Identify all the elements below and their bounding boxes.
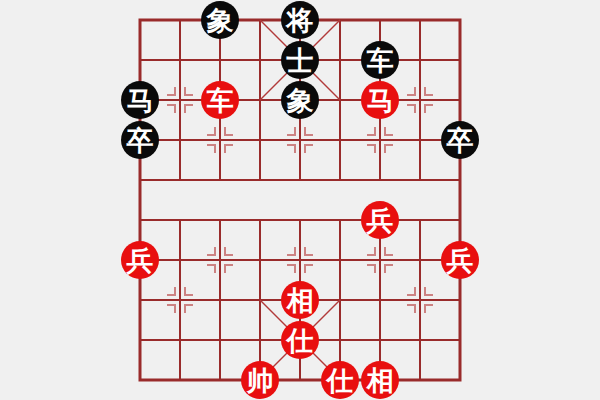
board-point[interactable]: [360, 320, 400, 360]
board-point[interactable]: [320, 160, 360, 200]
board-point[interactable]: [200, 160, 240, 200]
piece-black-elephant[interactable]: 象: [201, 1, 239, 39]
board-point[interactable]: [120, 0, 160, 40]
board-point[interactable]: [320, 0, 360, 40]
piece-red-general[interactable]: 帅: [241, 361, 279, 399]
board-point[interactable]: [320, 320, 360, 360]
board-point[interactable]: [400, 200, 440, 240]
board-point[interactable]: [280, 360, 320, 400]
board-point[interactable]: [160, 40, 200, 80]
piece-black-elephant[interactable]: 象: [281, 81, 319, 119]
board-point[interactable]: [280, 120, 320, 160]
board-point[interactable]: [240, 320, 280, 360]
piece-red-elephant[interactable]: 相: [281, 281, 319, 319]
board-point[interactable]: 相: [280, 280, 320, 320]
board-point[interactable]: [360, 280, 400, 320]
piece-black-soldier[interactable]: 卒: [441, 121, 479, 159]
board-point[interactable]: [200, 320, 240, 360]
board-point[interactable]: 象: [280, 80, 320, 120]
board-point[interactable]: 兵: [120, 240, 160, 280]
board-point[interactable]: [160, 160, 200, 200]
board-point[interactable]: [120, 160, 160, 200]
board-point[interactable]: 车: [360, 40, 400, 80]
board-point[interactable]: 仕: [280, 320, 320, 360]
board-point[interactable]: [160, 80, 200, 120]
board-point[interactable]: 相: [360, 360, 400, 400]
board-point[interactable]: 兵: [440, 240, 480, 280]
board-point[interactable]: 卒: [120, 120, 160, 160]
board-point[interactable]: [200, 280, 240, 320]
board-point[interactable]: 马: [120, 80, 160, 120]
board-point[interactable]: 马: [360, 80, 400, 120]
board-point[interactable]: [440, 80, 480, 120]
board-point[interactable]: [400, 40, 440, 80]
board-point[interactable]: 士: [280, 40, 320, 80]
piece-black-general[interactable]: 将: [281, 1, 319, 39]
board-point[interactable]: [320, 240, 360, 280]
board-point[interactable]: [440, 200, 480, 240]
board-point[interactable]: [400, 120, 440, 160]
board-point[interactable]: [120, 280, 160, 320]
board-point[interactable]: [160, 320, 200, 360]
board-point[interactable]: [120, 320, 160, 360]
board-point[interactable]: [240, 280, 280, 320]
board-point[interactable]: [160, 0, 200, 40]
board-point[interactable]: [400, 240, 440, 280]
board-point[interactable]: [400, 360, 440, 400]
board-point[interactable]: 卒: [440, 120, 480, 160]
board-point[interactable]: 车: [200, 80, 240, 120]
piece-black-horse[interactable]: 马: [121, 81, 159, 119]
board-point[interactable]: [120, 360, 160, 400]
board-point[interactable]: [200, 40, 240, 80]
piece-red-elephant[interactable]: 相: [361, 361, 399, 399]
board-point[interactable]: [280, 200, 320, 240]
board-point[interactable]: [320, 120, 360, 160]
piece-red-chariot[interactable]: 车: [201, 81, 239, 119]
board-point[interactable]: 仕: [320, 360, 360, 400]
board-point[interactable]: [200, 360, 240, 400]
piece-red-soldier[interactable]: 兵: [361, 201, 399, 239]
xiangqi-app: 象将士车马车象马卒卒兵兵兵相仕帅仕相: [0, 0, 600, 400]
board-point[interactable]: [200, 240, 240, 280]
board-point[interactable]: [320, 40, 360, 80]
board-point[interactable]: [320, 280, 360, 320]
board-point[interactable]: [240, 200, 280, 240]
board-point[interactable]: 将: [280, 0, 320, 40]
piece-red-soldier[interactable]: 兵: [441, 241, 479, 279]
piece-red-horse[interactable]: 马: [361, 81, 399, 119]
board-point[interactable]: [400, 0, 440, 40]
board-point[interactable]: [240, 240, 280, 280]
board-point[interactable]: [320, 200, 360, 240]
board-point[interactable]: [280, 160, 320, 200]
board-point[interactable]: 兵: [360, 200, 400, 240]
board-point[interactable]: 象: [200, 0, 240, 40]
board-point[interactable]: [160, 200, 200, 240]
board-point[interactable]: [440, 360, 480, 400]
board-point[interactable]: [400, 80, 440, 120]
board-point[interactable]: [200, 200, 240, 240]
piece-black-soldier[interactable]: 卒: [121, 121, 159, 159]
board-point[interactable]: [320, 80, 360, 120]
piece-red-advisor[interactable]: 仕: [321, 361, 359, 399]
board-point[interactable]: [160, 360, 200, 400]
board-point[interactable]: [440, 280, 480, 320]
board-points: 象将士车马车象马卒卒兵兵兵相仕帅仕相: [120, 0, 480, 400]
board-point[interactable]: [240, 80, 280, 120]
board-point[interactable]: [440, 0, 480, 40]
board-point[interactable]: [400, 280, 440, 320]
board-point[interactable]: [120, 200, 160, 240]
piece-red-advisor[interactable]: 仕: [281, 321, 319, 359]
board-point[interactable]: [400, 160, 440, 200]
board-point[interactable]: [240, 40, 280, 80]
board-point[interactable]: [160, 240, 200, 280]
board-point[interactable]: [120, 40, 160, 80]
board-point[interactable]: [200, 120, 240, 160]
board-point[interactable]: [160, 280, 200, 320]
board-point[interactable]: 帅: [240, 360, 280, 400]
board-point[interactable]: [160, 120, 200, 160]
board-point[interactable]: [360, 0, 400, 40]
piece-black-chariot[interactable]: 车: [361, 41, 399, 79]
board-point[interactable]: [440, 40, 480, 80]
board-point[interactable]: [360, 240, 400, 280]
board-point[interactable]: [360, 120, 400, 160]
board-point[interactable]: [240, 0, 280, 40]
piece-black-advisor[interactable]: 士: [281, 41, 319, 79]
board-point[interactable]: [360, 160, 400, 200]
board-point[interactable]: [240, 160, 280, 200]
board-point[interactable]: [440, 160, 480, 200]
board-point[interactable]: [280, 240, 320, 280]
board-point[interactable]: [440, 320, 480, 360]
board-point[interactable]: [400, 320, 440, 360]
board-point[interactable]: [240, 120, 280, 160]
piece-red-soldier[interactable]: 兵: [121, 241, 159, 279]
